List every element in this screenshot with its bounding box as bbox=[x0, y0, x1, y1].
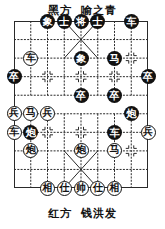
xiangqi-piece-black[interactable]: 象 bbox=[40, 14, 55, 29]
xiangqi-piece-black[interactable]: 将 bbox=[74, 14, 89, 29]
xiangqi-piece-red[interactable]: 相 bbox=[107, 181, 122, 196]
red-side-caption: 红方钱洪发 bbox=[0, 206, 165, 221]
xiangqi-piece-black[interactable]: 车 bbox=[124, 14, 139, 29]
xiangqi-piece-black[interactable]: 马 bbox=[107, 51, 122, 66]
xiangqi-piece-black[interactable]: 象 bbox=[74, 51, 89, 66]
xiangqi-piece-black[interactable]: 卒 bbox=[74, 88, 89, 103]
xiangqi-piece-red[interactable]: 车 bbox=[23, 51, 38, 66]
xiangqi-piece-black[interactable]: 士 bbox=[90, 14, 105, 29]
xiangqi-piece-red[interactable]: 仕 bbox=[90, 181, 105, 196]
red-player-name: 钱洪发 bbox=[81, 207, 117, 220]
red-side-label: 红方 bbox=[48, 207, 72, 220]
xiangqi-board: 象士将士车车象马卒卒卒卒兵马兵炮车炮车兵炮炮马相仕帅仕相 bbox=[14, 21, 148, 188]
xiangqi-piece-black[interactable]: 炮 bbox=[124, 106, 139, 121]
xiangqi-piece-black[interactable]: 士 bbox=[57, 14, 72, 29]
xiangqi-piece-black[interactable]: 卒 bbox=[107, 88, 122, 103]
xiangqi-piece-black[interactable]: 炮 bbox=[23, 125, 38, 140]
xiangqi-piece-black[interactable]: 卒 bbox=[141, 69, 156, 84]
xiangqi-piece-red[interactable]: 兵 bbox=[7, 106, 22, 121]
xiangqi-piece-red[interactable]: 仕 bbox=[57, 181, 72, 196]
xiangqi-piece-red[interactable]: 帅 bbox=[74, 181, 89, 196]
xiangqi-piece-red[interactable]: 兵 bbox=[141, 125, 156, 140]
board-grid bbox=[14, 21, 148, 188]
xiangqi-piece-red[interactable]: 相 bbox=[40, 181, 55, 196]
xiangqi-piece-black[interactable]: 车 bbox=[107, 125, 122, 140]
xiangqi-piece-red[interactable]: 车 bbox=[7, 125, 22, 140]
xiangqi-piece-black[interactable]: 卒 bbox=[7, 69, 22, 84]
xiangqi-piece-red[interactable]: 炮 bbox=[74, 143, 89, 158]
